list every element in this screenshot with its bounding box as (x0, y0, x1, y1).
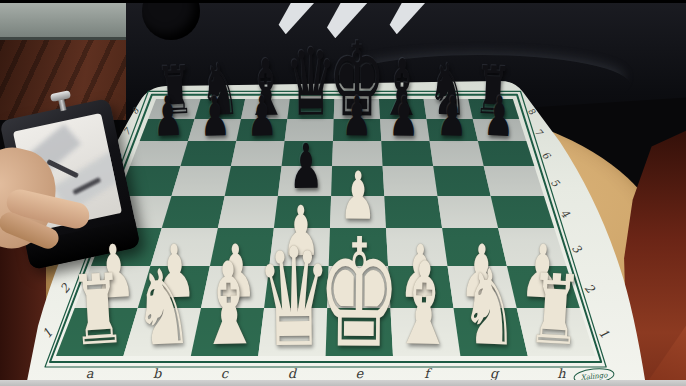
piece-white-bishop-c1: ♝ (195, 247, 261, 363)
top-black-bar (0, 0, 686, 3)
piece-black-pawn-d5: ♟ (288, 135, 323, 197)
piece-white-rook-h1: ♜ (525, 260, 584, 359)
piece-white-knight-g1: ♞ (459, 254, 521, 360)
piece-black-pawn-h7: ♟ (483, 88, 516, 144)
piece-black-pawn-b7: ♟ (199, 89, 231, 145)
piece-black-pawn-a7: ♟ (151, 88, 184, 144)
piece-white-knight-b1: ♞ (132, 254, 194, 360)
video-frame: abcdefgh1122334455667788Xalingo ♜♞♝♛♚♝♞♜… (0, 0, 686, 386)
piece-black-pawn-g7: ♟ (436, 88, 468, 144)
piece-white-rook-a1: ♜ (68, 260, 127, 359)
piece-black-pawn-e7: ♟ (342, 89, 373, 144)
piece-white-king-e1: ♚ (317, 218, 402, 369)
piece-black-pawn-c7: ♟ (247, 89, 279, 145)
bottom-gray-bar (0, 380, 686, 386)
piece-black-pawn-f7: ♟ (389, 89, 421, 145)
piece-white-bishop-f1: ♝ (391, 247, 457, 363)
